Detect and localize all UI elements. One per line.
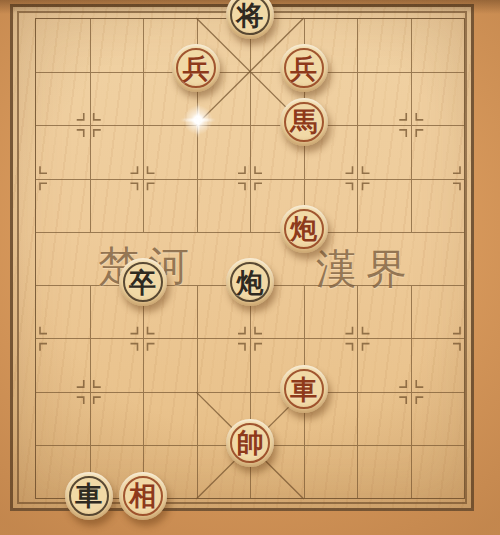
piece-red-soldier-b[interactable]: 兵 [280, 44, 328, 92]
piece-character: 馬 [280, 98, 328, 146]
grid-cell [411, 392, 465, 445]
piece-character: 帥 [226, 419, 274, 467]
grid-cell [411, 445, 465, 498]
grid-cell [411, 72, 465, 125]
grid-cell [90, 72, 144, 125]
piece-black-cannon[interactable]: 炮 [226, 258, 274, 306]
piece-character: 相 [119, 472, 167, 520]
grid-cell [357, 179, 411, 232]
piece-character: 車 [280, 365, 328, 413]
grid-cell [90, 179, 144, 232]
piece-red-cannon[interactable]: 炮 [280, 205, 328, 253]
piece-red-elephant[interactable]: 相 [119, 472, 167, 520]
grid-cell [197, 125, 251, 178]
grid-cell [411, 338, 465, 391]
piece-red-chariot[interactable]: 車 [280, 365, 328, 413]
grid-cell [143, 392, 197, 445]
grid-cell [36, 338, 90, 391]
grid-cell [357, 445, 411, 498]
grid-cell [357, 338, 411, 391]
grid-cell [90, 392, 144, 445]
grid-cell [90, 19, 144, 72]
grid-cell [411, 19, 465, 72]
grid-cell [143, 125, 197, 178]
grid-cell [411, 232, 465, 285]
grid-cell [411, 285, 465, 338]
grid-cell [90, 125, 144, 178]
grid-cell [36, 285, 90, 338]
piece-character: 兵 [172, 44, 220, 92]
xiangqi-board: 楚河 漢界 将兵兵馬炮卒炮車帥車相 [0, 0, 500, 535]
piece-black-general[interactable]: 将 [226, 0, 274, 39]
grid-cell [411, 125, 465, 178]
grid-cell [36, 125, 90, 178]
piece-character: 車 [65, 472, 113, 520]
piece-character: 兵 [280, 44, 328, 92]
grid-cell [304, 445, 358, 498]
grid-cell [36, 179, 90, 232]
grid-cell [36, 232, 90, 285]
grid-cell [143, 338, 197, 391]
piece-character: 将 [226, 0, 274, 39]
piece-black-soldier[interactable]: 卒 [119, 258, 167, 306]
grid-cell [197, 338, 251, 391]
piece-character: 卒 [119, 258, 167, 306]
piece-character: 炮 [226, 258, 274, 306]
piece-red-soldier-a[interactable]: 兵 [172, 44, 220, 92]
piece-black-chariot[interactable]: 車 [65, 472, 113, 520]
grid-cell [143, 179, 197, 232]
grid-cell [357, 392, 411, 445]
grid-cell [357, 125, 411, 178]
grid-cell [36, 392, 90, 445]
grid-cell [357, 72, 411, 125]
grid-cell [36, 72, 90, 125]
grid-cell [411, 179, 465, 232]
grid-cell [36, 19, 90, 72]
river-label-right: 漢界 [316, 242, 416, 297]
piece-red-horse[interactable]: 馬 [280, 98, 328, 146]
grid-cell [357, 19, 411, 72]
grid-cell [197, 179, 251, 232]
piece-character: 炮 [280, 205, 328, 253]
piece-red-general[interactable]: 帥 [226, 419, 274, 467]
grid-cell [90, 338, 144, 391]
